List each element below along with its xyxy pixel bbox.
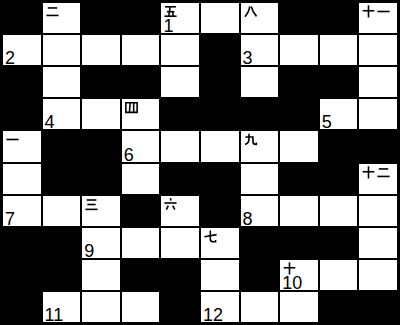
across-clue-number: 6 — [124, 146, 134, 164]
cell-r6c4[interactable] — [161, 196, 199, 226]
cell-r4c3[interactable]: 6 — [122, 131, 160, 161]
cell-r7c6 — [241, 228, 279, 258]
cell-r3c5 — [201, 99, 239, 129]
cell-r9c5[interactable]: 12 — [201, 292, 239, 322]
cell-r0c0 — [3, 3, 41, 33]
across-clue-number: 4 — [45, 113, 55, 131]
down-clue-number — [361, 165, 391, 180]
cell-r0c8 — [320, 3, 358, 33]
cell-r5c5 — [201, 164, 239, 194]
cell-r2c4[interactable] — [161, 67, 199, 97]
cell-r6c3 — [122, 196, 160, 226]
cell-r7c4[interactable] — [161, 228, 199, 258]
across-clue-number: 11 — [45, 306, 64, 324]
cell-r1c1[interactable] — [43, 35, 81, 65]
cell-r0c1[interactable] — [43, 3, 81, 33]
cell-r9c4 — [161, 292, 199, 322]
across-clue-number: 2 — [5, 49, 15, 67]
cell-r5c1 — [43, 164, 81, 194]
cell-r1c0[interactable]: 2 — [3, 35, 41, 65]
cell-r9c8 — [320, 292, 358, 322]
cell-r0c5[interactable] — [201, 3, 239, 33]
cell-r4c4[interactable] — [161, 131, 199, 161]
cell-r1c4[interactable] — [161, 35, 199, 65]
cell-r2c5 — [201, 67, 239, 97]
down-clue-number — [243, 4, 258, 19]
cell-r7c1 — [43, 228, 81, 258]
cell-r1c8[interactable] — [320, 35, 358, 65]
across-clue-number: 8 — [243, 210, 253, 228]
across-clue-number: 3 — [243, 49, 253, 67]
down-clue-number — [5, 132, 20, 147]
cell-r9c0 — [3, 292, 41, 322]
cell-r8c1 — [43, 260, 81, 290]
cell-r1c9[interactable] — [359, 35, 397, 65]
across-clue-number: 1 — [163, 17, 173, 35]
cell-r3c3[interactable] — [122, 99, 160, 129]
cell-r2c2 — [82, 67, 120, 97]
cell-r9c2[interactable] — [82, 292, 120, 322]
down-clue-number — [124, 100, 139, 115]
cell-r3c6 — [241, 99, 279, 129]
cell-r8c2[interactable] — [82, 260, 120, 290]
cell-r9c6[interactable] — [241, 292, 279, 322]
across-clue-number: 9 — [84, 242, 94, 260]
cell-r8c8[interactable] — [320, 260, 358, 290]
cell-r6c0[interactable]: 7 — [3, 196, 41, 226]
cell-r7c0 — [3, 228, 41, 258]
across-clue-number: 12 — [203, 306, 223, 324]
cell-r5c6[interactable] — [241, 164, 279, 194]
cell-r3c8[interactable]: 5 — [320, 99, 358, 129]
cell-r3c4 — [161, 99, 199, 129]
cell-r4c8 — [320, 131, 358, 161]
cell-r3c0 — [3, 99, 41, 129]
cell-r1c3[interactable] — [122, 35, 160, 65]
cell-r3c1[interactable]: 4 — [43, 99, 81, 129]
cell-r1c2[interactable] — [82, 35, 120, 65]
cell-r2c3 — [122, 67, 160, 97]
cell-r8c3 — [122, 260, 160, 290]
across-clue-number: 7 — [5, 210, 15, 228]
cell-r5c9[interactable] — [359, 164, 397, 194]
cell-r1c7[interactable] — [280, 35, 318, 65]
cell-r2c1[interactable] — [43, 67, 81, 97]
cell-r4c0[interactable] — [3, 131, 41, 161]
cell-r0c7 — [280, 3, 318, 33]
cell-r6c6[interactable]: 8 — [241, 196, 279, 226]
cell-r4c6[interactable] — [241, 131, 279, 161]
down-clue-number — [84, 197, 99, 212]
cell-r0c6[interactable] — [241, 3, 279, 33]
cell-r8c7[interactable]: 10 — [280, 260, 318, 290]
cell-r2c9[interactable] — [359, 67, 397, 97]
cell-r3c2[interactable] — [82, 99, 120, 129]
cell-r3c9[interactable] — [359, 99, 397, 129]
cell-r8c0 — [3, 260, 41, 290]
across-clue-number: 5 — [322, 113, 332, 131]
cell-r2c7 — [280, 67, 318, 97]
cell-r8c6 — [241, 260, 279, 290]
cell-r5c4 — [161, 164, 199, 194]
across-clue-number: 10 — [282, 274, 302, 292]
cell-r3c7 — [280, 99, 318, 129]
cell-r1c5 — [201, 35, 239, 65]
cell-r8c4 — [161, 260, 199, 290]
cell-r5c0[interactable] — [3, 164, 41, 194]
cell-r0c9[interactable] — [359, 3, 397, 33]
cell-r6c8[interactable] — [320, 196, 358, 226]
cell-r7c2[interactable]: 9 — [82, 228, 120, 258]
cell-r6c1[interactable] — [43, 196, 81, 226]
cell-r0c3 — [122, 3, 160, 33]
cell-r5c7 — [280, 164, 318, 194]
cell-r9c7[interactable] — [280, 292, 318, 322]
cell-r2c6[interactable] — [241, 67, 279, 97]
cell-r5c8 — [320, 164, 358, 194]
cell-r5c2 — [82, 164, 120, 194]
cell-r5c3[interactable] — [122, 164, 160, 194]
cell-r6c7[interactable] — [280, 196, 318, 226]
cell-r0c4[interactable]: 1 — [161, 3, 199, 33]
down-clue-number — [45, 4, 60, 19]
down-clue-number — [361, 4, 391, 19]
cell-r4c7[interactable] — [280, 131, 318, 161]
cell-r7c9[interactable] — [359, 228, 397, 258]
cell-r9c9 — [359, 292, 397, 322]
cell-r6c5 — [201, 196, 239, 226]
cell-r6c9[interactable] — [359, 196, 397, 226]
cell-r4c1 — [43, 131, 81, 161]
cell-r7c7 — [280, 228, 318, 258]
down-clue-number — [243, 132, 258, 147]
cell-r7c8 — [320, 228, 358, 258]
cell-r1c6[interactable]: 3 — [241, 35, 279, 65]
cell-r7c5[interactable] — [201, 228, 239, 258]
cell-r4c2 — [82, 131, 120, 161]
crossword-board: 123456789101112 — [0, 0, 400, 325]
down-clue-number — [163, 197, 178, 212]
cell-r4c5[interactable] — [201, 131, 239, 161]
cell-r8c9[interactable] — [359, 260, 397, 290]
cell-r9c3[interactable] — [122, 292, 160, 322]
cell-r8c5[interactable] — [201, 260, 239, 290]
cell-r4c9 — [359, 131, 397, 161]
cell-r2c8 — [320, 67, 358, 97]
cell-r9c1[interactable]: 11 — [43, 292, 81, 322]
cell-r2c0 — [3, 67, 41, 97]
down-clue-number — [203, 229, 218, 244]
cell-r6c2[interactable] — [82, 196, 120, 226]
cell-r0c2 — [82, 3, 120, 33]
cell-r7c3[interactable] — [122, 228, 160, 258]
